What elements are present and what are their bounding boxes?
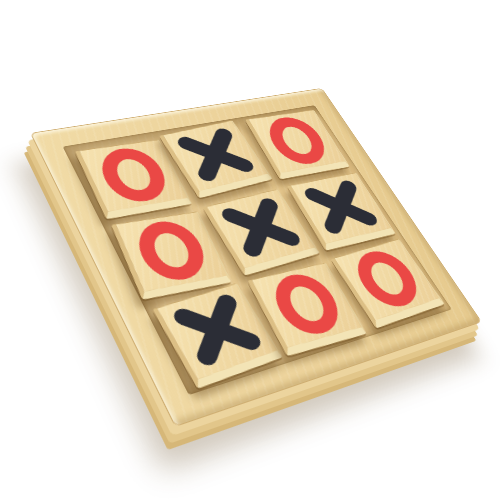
tictactoe-board <box>30 88 482 427</box>
x-piece <box>165 122 265 189</box>
board-recess <box>63 105 452 395</box>
o-piece <box>93 145 175 206</box>
o-piece <box>347 246 428 313</box>
o-piece <box>260 114 334 167</box>
o-piece <box>264 270 348 341</box>
o-piece <box>129 217 213 284</box>
product-photo-canvas <box>0 0 500 500</box>
x-piece <box>293 174 388 241</box>
